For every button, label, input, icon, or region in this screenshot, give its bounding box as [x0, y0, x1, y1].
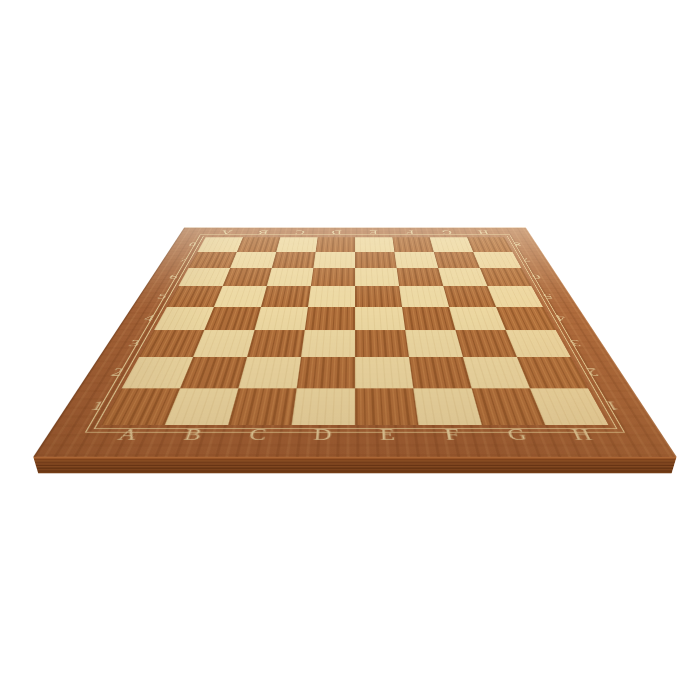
square-c7 — [272, 252, 316, 268]
square-f5 — [399, 286, 449, 307]
file-label-far-e: E — [355, 229, 392, 236]
square-f6 — [397, 268, 444, 286]
file-label-far-f: F — [391, 229, 429, 236]
file-label-far-d: D — [318, 229, 355, 236]
square-g7 — [434, 252, 480, 268]
square-e2 — [355, 357, 413, 388]
square-b2 — [180, 357, 247, 388]
square-b5 — [214, 286, 267, 307]
square-e8 — [355, 237, 394, 252]
square-d2 — [297, 357, 355, 388]
file-label-near-f: F — [418, 424, 487, 445]
square-b6 — [223, 268, 272, 286]
square-d3 — [301, 330, 355, 357]
square-c8 — [276, 237, 317, 252]
square-c2 — [238, 357, 301, 388]
square-f4 — [402, 307, 456, 330]
file-label-far-a: A — [206, 229, 246, 236]
square-c6 — [267, 268, 314, 286]
square-d1 — [292, 388, 355, 425]
square-f2 — [409, 357, 472, 388]
square-b8 — [237, 237, 280, 252]
file-label-far-b: B — [244, 229, 283, 236]
square-g8 — [430, 237, 473, 252]
square-c1 — [228, 388, 296, 425]
square-d7 — [313, 252, 355, 268]
file-labels-near: ABCDEFGH — [90, 424, 620, 445]
square-d6 — [311, 268, 355, 286]
square-f7 — [394, 252, 438, 268]
file-label-near-d: D — [289, 424, 355, 445]
board-side-edge — [33, 457, 676, 474]
square-f8 — [392, 237, 433, 252]
square-b7 — [230, 252, 276, 268]
file-label-near-e: E — [355, 424, 421, 445]
file-label-near-g: G — [482, 424, 554, 445]
square-d4 — [305, 307, 355, 330]
file-label-near-h: H — [545, 424, 620, 445]
square-e4 — [355, 307, 405, 330]
square-d8 — [316, 237, 355, 252]
square-c5 — [261, 286, 311, 307]
file-labels-far: ABCDEFGH — [206, 229, 503, 236]
square-f3 — [405, 330, 463, 357]
file-label-far-h: H — [464, 229, 504, 236]
square-b4 — [204, 307, 261, 330]
square-e3 — [355, 330, 409, 357]
square-b3 — [193, 330, 254, 357]
photo-background: ABCDEFGH ABCDEFGH 87654321 87654321 — [0, 0, 700, 700]
file-label-far-g: G — [427, 229, 466, 236]
square-e1 — [355, 388, 418, 425]
chess-board: ABCDEFGH ABCDEFGH 87654321 87654321 — [33, 227, 676, 457]
square-f1 — [413, 388, 481, 425]
square-d5 — [308, 286, 355, 307]
file-label-near-a: A — [90, 424, 165, 445]
file-label-far-c: C — [281, 229, 319, 236]
file-label-near-b: B — [156, 424, 228, 445]
square-e6 — [355, 268, 399, 286]
square-c3 — [247, 330, 305, 357]
square-e5 — [355, 286, 402, 307]
square-c4 — [254, 307, 308, 330]
file-label-near-c: C — [223, 424, 292, 445]
square-e7 — [355, 252, 397, 268]
